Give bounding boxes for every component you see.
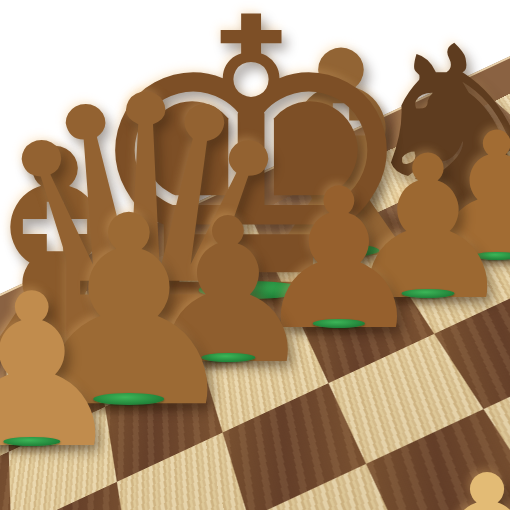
pawn-glyph: ♟ xyxy=(391,447,510,510)
felt-pad xyxy=(3,437,60,447)
pawn-glyph: ♟ xyxy=(0,266,127,478)
scene: ♝♛♚♝♞♟♟♟♟♟♟♟ xyxy=(0,0,510,510)
piece-white-pawn-g5[interactable]: ♟ xyxy=(391,447,510,510)
felt-pad xyxy=(313,319,365,328)
piece-black-pawn-c7[interactable]: ♟ xyxy=(0,266,127,478)
